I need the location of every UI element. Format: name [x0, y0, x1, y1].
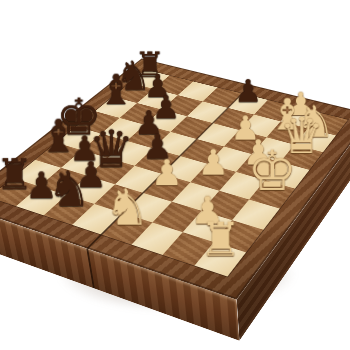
piece-white-pawn-g2: ♟ [191, 191, 225, 229]
scene: ♜♞♝♚♝♜♟♟♟♟♟♛♟♞♟♟♟♞♟♟♟♝♟♟♞♛♚♜ [0, 0, 350, 350]
piece-white-knight-h4: ♞ [105, 182, 150, 232]
product-photo-chess-set: ♜♞♝♚♝♜♟♟♟♟♟♛♟♞♟♟♟♞♟♟♟♝♟♟♞♛♚♜ [0, 0, 350, 350]
fold-seam-front [86, 248, 94, 288]
